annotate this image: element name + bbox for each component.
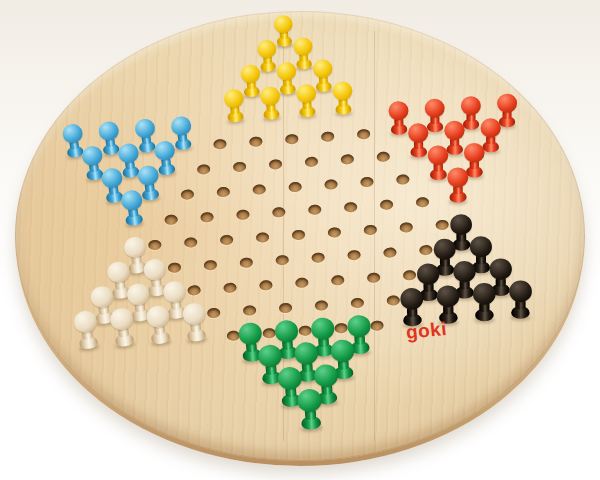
peg-head [470, 236, 492, 257]
peg-head [182, 302, 207, 326]
peg-head [332, 81, 352, 101]
board-hole[interactable] [164, 214, 178, 225]
peg-yellow[interactable] [223, 89, 247, 123]
board-hole[interactable] [232, 162, 246, 173]
peg-head [481, 118, 501, 137]
peg-yellow[interactable] [259, 87, 283, 120]
board-hole[interactable] [180, 189, 194, 200]
board-hole[interactable] [311, 252, 325, 263]
board-hole[interactable] [219, 235, 233, 246]
peg-head [137, 165, 160, 187]
peg-head [98, 120, 120, 141]
board-hole[interactable] [252, 184, 266, 195]
peg-white[interactable] [181, 303, 210, 343]
peg-head [313, 59, 333, 78]
peg-head [453, 261, 476, 283]
peg-black[interactable] [508, 281, 533, 318]
board-hole[interactable] [187, 285, 201, 296]
peg-head [461, 96, 481, 115]
peg-black[interactable] [472, 284, 497, 321]
board-hole[interactable] [343, 202, 357, 213]
peg-head [109, 307, 134, 331]
peg-head [296, 84, 317, 104]
board-hole[interactable] [295, 277, 309, 288]
board-hole[interactable] [363, 225, 377, 236]
board-hole[interactable] [324, 179, 338, 190]
board-hole[interactable] [206, 308, 220, 319]
peg-head [170, 115, 192, 136]
board-hole[interactable] [304, 156, 318, 167]
board-hole[interactable] [213, 139, 227, 150]
peg-head [277, 366, 302, 390]
peg-head [313, 364, 338, 388]
peg-yellow[interactable] [295, 84, 318, 117]
peg-head [89, 285, 114, 309]
peg-head [330, 339, 355, 363]
peg-head [408, 123, 429, 143]
board-hole[interactable] [223, 282, 237, 293]
peg-red[interactable] [446, 168, 469, 203]
peg-head [433, 239, 455, 260]
board-hole[interactable] [259, 280, 273, 291]
peg-head [240, 64, 261, 84]
peg-head [400, 288, 423, 310]
board-hole[interactable] [320, 131, 334, 142]
board-hole[interactable] [415, 197, 429, 208]
board-hole[interactable] [203, 260, 217, 271]
peg-head [274, 319, 299, 343]
board-hole[interactable] [327, 227, 341, 238]
peg-head [120, 189, 143, 211]
board-hole[interactable] [272, 207, 286, 218]
board-hole[interactable] [284, 134, 298, 145]
board-hole[interactable] [386, 295, 400, 306]
peg-head [106, 260, 131, 284]
peg-head [145, 305, 170, 329]
peg-head [450, 214, 472, 235]
peg-head [134, 118, 156, 139]
board-hole[interactable] [288, 182, 302, 193]
peg-blue[interactable] [119, 190, 146, 227]
board-hole[interactable] [330, 275, 344, 286]
peg-head [81, 145, 104, 167]
board-hole[interactable] [268, 159, 282, 170]
peg-head [293, 37, 313, 56]
peg-head [101, 167, 124, 189]
board-hole[interactable] [167, 262, 181, 273]
peg-head [61, 123, 83, 145]
peg-head [294, 342, 319, 366]
board-hole[interactable] [402, 270, 416, 281]
board-hole[interactable] [239, 257, 253, 268]
board-hole[interactable] [278, 303, 292, 314]
board-hole[interactable] [236, 209, 250, 220]
board-hole[interactable] [255, 232, 269, 243]
board-hole[interactable] [366, 272, 380, 283]
peg-green[interactable] [296, 389, 325, 430]
board-hole[interactable] [242, 305, 256, 316]
peg-head [273, 15, 293, 34]
board-hole[interactable] [419, 245, 433, 256]
board-hole[interactable] [376, 151, 390, 162]
board-hole[interactable] [183, 237, 197, 248]
board-hole[interactable] [148, 240, 162, 251]
board-hole[interactable] [350, 298, 364, 309]
peg-head [417, 263, 440, 285]
board-hole[interactable] [216, 187, 230, 198]
peg-head [257, 344, 282, 368]
peg-head [73, 309, 99, 334]
peg-head [297, 388, 323, 413]
board-hole[interactable] [396, 174, 410, 185]
product-photo-scene: goki [0, 0, 600, 480]
peg-head [311, 317, 335, 340]
board-hole[interactable] [307, 204, 321, 215]
peg-head [497, 94, 517, 113]
peg-head [464, 143, 485, 163]
board-hole[interactable] [200, 212, 214, 223]
peg-head [257, 39, 277, 58]
peg-white[interactable] [108, 308, 137, 348]
peg-head [143, 258, 167, 281]
board-hole[interactable] [314, 300, 328, 311]
peg-yellow[interactable] [331, 82, 354, 115]
peg-head [436, 285, 459, 307]
peg-head [223, 88, 244, 108]
goki-logo: goki [405, 318, 448, 344]
board-hole[interactable] [399, 222, 413, 233]
board-hole[interactable] [196, 164, 210, 175]
board-hole[interactable] [356, 129, 370, 140]
peg-head [162, 280, 187, 304]
peg-head [154, 140, 176, 161]
peg-head [428, 145, 449, 165]
peg-head [444, 121, 464, 141]
peg-head [447, 167, 468, 187]
hole-grid [0, 0, 600, 480]
peg-head [509, 280, 532, 302]
board-hole[interactable] [275, 255, 289, 266]
peg-white[interactable] [145, 305, 174, 345]
board-hole[interactable] [383, 247, 397, 258]
board-hole[interactable] [360, 177, 374, 188]
peg-head [473, 283, 496, 305]
peg-head [123, 236, 147, 259]
peg-head [126, 282, 151, 306]
peg-head [238, 322, 263, 346]
board-hole[interactable] [249, 136, 263, 147]
board-hole[interactable] [379, 199, 393, 210]
peg-head [425, 99, 445, 118]
peg-head [276, 61, 296, 81]
peg-head [347, 315, 371, 338]
peg-head [490, 258, 512, 279]
peg-white[interactable] [72, 310, 102, 350]
peg-head [117, 142, 140, 164]
peg-head [260, 86, 281, 106]
peg-head [388, 101, 408, 121]
board-hole[interactable] [291, 230, 305, 241]
board-hole[interactable] [347, 250, 361, 261]
board-hole[interactable] [340, 154, 354, 165]
board-hole[interactable] [435, 220, 449, 231]
